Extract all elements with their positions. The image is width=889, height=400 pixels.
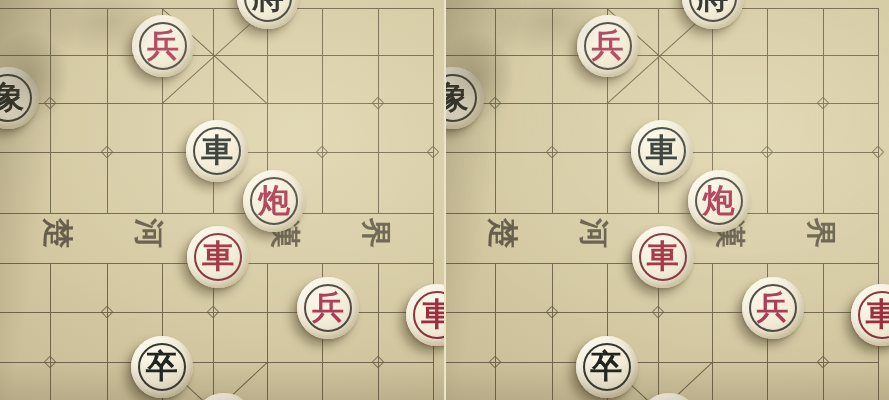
board-cell	[767, 362, 823, 400]
board-cell	[495, 103, 552, 152]
board-cell	[267, 362, 322, 400]
river-character: 界	[799, 218, 840, 248]
board-cell	[767, 8, 823, 55]
board-cell	[823, 152, 879, 213]
board-cell	[378, 103, 434, 152]
board-cell	[0, 312, 50, 362]
piece-black-chariot-e3[interactable]: 車	[186, 120, 248, 182]
board-cell	[823, 362, 879, 400]
board-cell	[823, 55, 879, 103]
piece-glyph: 兵	[592, 29, 624, 61]
board-cell	[823, 8, 879, 55]
board-cell	[823, 103, 879, 152]
piece-black-soldier-d7[interactable]: 卒	[131, 336, 193, 398]
piece-glyph: 炮	[703, 184, 735, 216]
board-cell	[322, 55, 378, 103]
board-cell	[267, 103, 322, 152]
piece-glyph: 象	[445, 81, 469, 113]
piece-glyph: 象	[0, 81, 24, 113]
board-cell	[495, 55, 552, 103]
piece-red-soldier-d1[interactable]: 兵	[577, 15, 639, 77]
board-cell	[107, 103, 162, 152]
board-cell	[495, 312, 552, 362]
piece-glyph: 車	[202, 240, 234, 272]
board-cell	[495, 263, 552, 312]
board-cell	[445, 263, 495, 312]
board-cell	[50, 312, 107, 362]
piece-glyph: 車	[866, 298, 889, 330]
piece-glyph: 車	[647, 240, 679, 272]
board-cell	[378, 362, 434, 400]
board-cell	[50, 103, 107, 152]
piece-red-soldier-g6[interactable]: 兵	[297, 277, 359, 339]
piece-glyph: 兵	[147, 29, 179, 61]
board-cell	[50, 263, 107, 312]
board-cell	[495, 362, 552, 400]
board-grid	[445, 8, 879, 400]
board-cell	[322, 8, 378, 55]
board-cell	[322, 152, 378, 213]
piece-glyph: 車	[201, 134, 233, 166]
river-character: 楚	[481, 218, 522, 248]
board-cell	[445, 152, 495, 213]
piece-glyph: 車	[646, 134, 678, 166]
board-cell	[378, 152, 434, 213]
board-cell	[378, 8, 434, 55]
board-cell	[378, 55, 434, 103]
piece-black-soldier-d7[interactable]: 卒	[576, 336, 638, 398]
board-cell	[767, 55, 823, 103]
board-cell	[0, 8, 50, 55]
board-grid	[0, 8, 434, 400]
river-character: 界	[355, 218, 396, 248]
board-cell	[712, 362, 767, 400]
board-cell	[552, 103, 607, 152]
piece-red-soldier-g6[interactable]: 兵	[742, 277, 804, 339]
board-cell	[712, 55, 767, 103]
board-cell	[322, 103, 378, 152]
board-cell	[552, 263, 607, 312]
river-character: 河	[128, 218, 169, 248]
board-cell	[213, 312, 267, 362]
piece-glyph: 兵	[312, 291, 344, 323]
board-cell	[322, 362, 378, 400]
river-character: 楚	[37, 218, 78, 248]
piece-glyph: 炮	[258, 184, 290, 216]
board-cell	[767, 152, 823, 213]
piece-red-soldier-d1[interactable]: 兵	[132, 15, 194, 77]
board-cell	[658, 312, 712, 362]
board-cell	[107, 263, 162, 312]
board-cell	[0, 362, 50, 400]
board-cell	[712, 103, 767, 152]
piece-red-chariot-e5[interactable]: 車	[632, 226, 694, 288]
piece-black-chariot-e3[interactable]: 車	[631, 120, 693, 182]
board-cell	[445, 362, 495, 400]
piece-red-chariot-e5[interactable]: 車	[187, 226, 249, 288]
board-cell	[50, 8, 107, 55]
piece-glyph: 兵	[757, 291, 789, 323]
board-cell	[445, 312, 495, 362]
board-cell	[767, 103, 823, 152]
board-cell	[107, 152, 162, 213]
board-cell	[50, 55, 107, 103]
screenshot-stage: 楚河漢界將兵象車炮車兵車卒 楚河漢界將兵象車炮車兵車卒	[0, 0, 889, 400]
piece-glyph: 將	[697, 0, 729, 13]
board-cell	[50, 362, 107, 400]
piece-glyph: 卒	[591, 350, 623, 382]
board-cell	[50, 152, 107, 213]
river-character: 河	[572, 218, 613, 248]
piece-glyph: 將	[252, 0, 284, 13]
board-cell	[495, 152, 552, 213]
board-cell	[267, 55, 322, 103]
piece-glyph: 車	[421, 298, 445, 330]
board-cell	[552, 152, 607, 213]
board-cell	[445, 8, 495, 55]
xiangqi-board-photo-right: 楚河漢界將兵象車炮車兵車卒	[445, 0, 889, 400]
board-cell	[0, 152, 50, 213]
board-cell	[495, 8, 552, 55]
piece-glyph: 卒	[146, 350, 178, 382]
xiangqi-board-photo-left: 楚河漢界將兵象車炮車兵車卒	[0, 0, 445, 400]
piece-red-cannon-f4[interactable]: 炮	[243, 170, 305, 232]
piece-red-cannon-f4[interactable]: 炮	[688, 170, 750, 232]
board-cell	[0, 263, 50, 312]
